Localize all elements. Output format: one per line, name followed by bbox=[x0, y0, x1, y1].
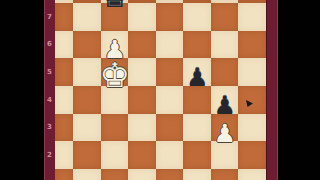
square-a1[interactable] bbox=[55, 169, 73, 180]
right-black-bar bbox=[277, 0, 320, 180]
square-c3[interactable] bbox=[101, 114, 129, 142]
rank-label-7: 7 bbox=[44, 14, 55, 21]
rank-label-6: 6 bbox=[44, 41, 55, 48]
board-grid bbox=[55, 0, 266, 180]
square-f2[interactable] bbox=[183, 141, 211, 169]
square-g5[interactable] bbox=[211, 58, 239, 86]
square-a4[interactable] bbox=[55, 86, 73, 114]
square-f7[interactable] bbox=[183, 3, 211, 31]
square-d6[interactable] bbox=[128, 31, 156, 59]
square-d2[interactable] bbox=[128, 141, 156, 169]
square-h7[interactable] bbox=[238, 3, 266, 31]
square-e5[interactable] bbox=[156, 58, 184, 86]
square-h2[interactable] bbox=[238, 141, 266, 169]
board-right-border bbox=[266, 0, 278, 180]
square-a6[interactable] bbox=[55, 31, 73, 59]
square-a7[interactable] bbox=[55, 3, 73, 31]
square-c1[interactable] bbox=[101, 169, 129, 180]
square-a3[interactable] bbox=[55, 114, 73, 142]
square-b3[interactable] bbox=[73, 114, 101, 142]
white-king[interactable]: ♚ bbox=[98, 58, 132, 92]
square-a5[interactable] bbox=[55, 58, 73, 86]
square-a2[interactable] bbox=[55, 141, 73, 169]
square-b2[interactable] bbox=[73, 141, 101, 169]
left-black-bar bbox=[0, 0, 44, 180]
square-e1[interactable] bbox=[156, 169, 184, 180]
square-e3[interactable] bbox=[156, 114, 184, 142]
square-d4[interactable] bbox=[128, 86, 156, 114]
white-pawn[interactable]: ♟ bbox=[212, 121, 237, 146]
square-g6[interactable] bbox=[211, 31, 239, 59]
black-king[interactable]: ♚ bbox=[98, 0, 132, 12]
square-d7[interactable] bbox=[128, 3, 156, 31]
square-e2[interactable] bbox=[156, 141, 184, 169]
square-b1[interactable] bbox=[73, 169, 101, 180]
square-b6[interactable] bbox=[73, 31, 101, 59]
rank-label-3: 3 bbox=[44, 124, 55, 131]
square-g7[interactable] bbox=[211, 3, 239, 31]
rank-label-4: 4 bbox=[44, 97, 55, 104]
square-h3[interactable] bbox=[238, 114, 266, 142]
square-e6[interactable] bbox=[156, 31, 184, 59]
square-d3[interactable] bbox=[128, 114, 156, 142]
square-f3[interactable] bbox=[183, 114, 211, 142]
rank-label-2: 2 bbox=[44, 152, 55, 159]
rank-label-5: 5 bbox=[44, 69, 55, 76]
square-h5[interactable] bbox=[238, 58, 266, 86]
square-d5[interactable] bbox=[128, 58, 156, 86]
mouse-cursor-icon bbox=[246, 100, 254, 108]
square-e4[interactable] bbox=[156, 86, 184, 114]
square-h1[interactable] bbox=[238, 169, 266, 180]
square-g1[interactable] bbox=[211, 169, 239, 180]
chess-board: ♚♟♚♟♟♟ bbox=[55, 0, 266, 180]
square-c2[interactable] bbox=[101, 141, 129, 169]
square-h6[interactable] bbox=[238, 31, 266, 59]
screenshot-root: { "game": "chess", "board": { "orientati… bbox=[0, 0, 320, 180]
black-pawn[interactable]: ♟ bbox=[185, 65, 210, 90]
square-f1[interactable] bbox=[183, 169, 211, 180]
black-pawn[interactable]: ♟ bbox=[212, 93, 237, 118]
square-d1[interactable] bbox=[128, 169, 156, 180]
square-e7[interactable] bbox=[156, 3, 184, 31]
square-f6[interactable] bbox=[183, 31, 211, 59]
